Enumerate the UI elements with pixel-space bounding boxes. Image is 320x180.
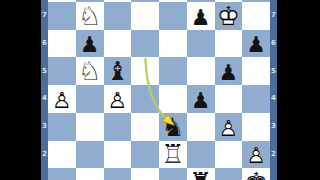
square-c1[interactable] [104, 168, 132, 180]
square-e2[interactable]: ♜♖ [159, 141, 187, 169]
piece-black-pawn[interactable]: ♟ [246, 34, 266, 56]
white-piece-outline-layer: ♘ [78, 1, 101, 31]
piece-black-pawn[interactable]: ♟ [219, 62, 239, 84]
white-piece-outline-layer: ♔ [217, 1, 240, 31]
square-h7[interactable] [242, 2, 270, 30]
left-rank-strip: 765432 [41, 0, 48, 180]
square-f4[interactable]: ♟ [187, 85, 215, 113]
rank-label-4: 4 [41, 85, 48, 113]
square-f3[interactable] [187, 113, 215, 141]
piece-black-pawn[interactable]: ♟ [80, 34, 100, 56]
rank-label-5: 5 [41, 57, 48, 85]
square-h1[interactable]: ♚ [242, 168, 270, 180]
piece-white-pawn[interactable]: ♟♙ [52, 90, 72, 112]
piece-black-rook[interactable]: ♜ [244, 0, 267, 1]
square-g6[interactable] [215, 30, 243, 58]
square-b7[interactable]: ♞♘ [76, 2, 104, 30]
square-h6[interactable]: ♟ [242, 30, 270, 58]
white-piece-outline-layer: ♙ [52, 88, 72, 113]
piece-white-knight[interactable]: ♞♘ [78, 3, 101, 29]
square-b5[interactable]: ♞♘ [76, 57, 104, 85]
square-a4[interactable]: ♟♙ [48, 85, 76, 113]
square-f7[interactable]: ♟ [187, 2, 215, 30]
rank-label-2: 2 [41, 141, 48, 169]
square-h5[interactable] [242, 57, 270, 85]
square-d3[interactable] [131, 113, 159, 141]
square-g5[interactable]: ♟ [215, 57, 243, 85]
square-a7[interactable] [48, 2, 76, 30]
square-d7[interactable] [131, 2, 159, 30]
piece-white-knight[interactable]: ♞♘ [78, 58, 101, 84]
piece-black-pawn[interactable]: ♟ [191, 7, 211, 29]
square-a2[interactable] [48, 141, 76, 169]
square-g1[interactable] [215, 168, 243, 180]
piece-white-king[interactable]: ♚♔ [217, 3, 240, 29]
piece-black-queen[interactable]: ♛ [106, 0, 129, 1]
square-e5[interactable] [159, 57, 187, 85]
square-e4[interactable] [159, 85, 187, 113]
square-c6[interactable] [104, 30, 132, 58]
square-d2[interactable] [131, 141, 159, 169]
square-f1[interactable]: ♜ [187, 168, 215, 180]
white-piece-outline-layer: ♖ [161, 139, 184, 169]
square-d4[interactable] [131, 85, 159, 113]
chessboard: ♛♜♞♘♟♚♔♟♟♞♘♝♟♟♙♟♙♟♞♟♙♜♖♟♙♜♚ [48, 0, 270, 180]
piece-black-bishop[interactable]: ♝ [106, 58, 129, 84]
square-f6[interactable] [187, 30, 215, 58]
square-a1[interactable] [48, 168, 76, 180]
square-a6[interactable] [48, 30, 76, 58]
white-piece-outline-layer: ♙ [246, 143, 266, 168]
square-h2[interactable]: ♟♙ [242, 141, 270, 169]
square-c7[interactable] [104, 2, 132, 30]
square-b2[interactable] [76, 141, 104, 169]
rank-label-3: 3 [270, 113, 277, 141]
square-h3[interactable] [242, 113, 270, 141]
piece-white-pawn[interactable]: ♟♙ [219, 118, 239, 140]
piece-black-knight[interactable]: ♞ [161, 114, 184, 140]
rank-label-7: 7 [41, 2, 48, 30]
square-b3[interactable] [76, 113, 104, 141]
square-e6[interactable] [159, 30, 187, 58]
piece-black-king[interactable]: ♚ [244, 169, 267, 180]
square-b1[interactable] [76, 168, 104, 180]
piece-white-rook[interactable]: ♜♖ [161, 141, 184, 167]
rank-label-6: 6 [41, 30, 48, 58]
piece-black-pawn[interactable]: ♟ [191, 90, 211, 112]
chess-thumbnail: 765432 765432 ♛♜♞♘♟♚♔♟♟♞♘♝♟♟♙♟♙♟♞♟♙♜♖♟♙♜… [0, 0, 320, 180]
square-f5[interactable] [187, 57, 215, 85]
square-d5[interactable] [131, 57, 159, 85]
rank-label-4: 4 [270, 85, 277, 113]
square-e7[interactable] [159, 2, 187, 30]
square-f2[interactable] [187, 141, 215, 169]
piece-white-pawn[interactable]: ♟♙ [246, 145, 266, 167]
white-piece-outline-layer: ♙ [108, 88, 128, 113]
square-b4[interactable] [76, 85, 104, 113]
square-c5[interactable]: ♝ [104, 57, 132, 85]
square-a3[interactable] [48, 113, 76, 141]
square-g3[interactable]: ♟♙ [215, 113, 243, 141]
square-a5[interactable] [48, 57, 76, 85]
right-rank-strip: 765432 [270, 0, 277, 180]
rank-label-2: 2 [270, 141, 277, 169]
white-piece-outline-layer: ♘ [78, 56, 101, 86]
piece-black-rook[interactable]: ♜ [189, 169, 212, 180]
square-c4[interactable]: ♟♙ [104, 85, 132, 113]
piece-white-pawn[interactable]: ♟♙ [108, 90, 128, 112]
rank-label-7: 7 [270, 2, 277, 30]
square-g7[interactable]: ♚♔ [215, 2, 243, 30]
square-d1[interactable] [131, 168, 159, 180]
square-e1[interactable] [159, 168, 187, 180]
white-piece-outline-layer: ♙ [219, 116, 239, 141]
square-c3[interactable] [104, 113, 132, 141]
rank-label-6: 6 [270, 30, 277, 58]
rank-label-5: 5 [270, 57, 277, 85]
rank-label-3: 3 [41, 113, 48, 141]
square-d6[interactable] [131, 30, 159, 58]
square-h4[interactable] [242, 85, 270, 113]
square-b6[interactable]: ♟ [76, 30, 104, 58]
square-e3[interactable]: ♞ [159, 113, 187, 141]
square-c2[interactable] [104, 141, 132, 169]
square-g4[interactable] [215, 85, 243, 113]
square-g2[interactable] [215, 141, 243, 169]
